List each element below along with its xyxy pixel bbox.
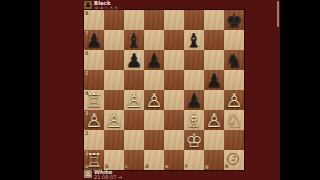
- square-d1[interactable]: d: [144, 150, 164, 170]
- square-c4[interactable]: ♙: [124, 90, 144, 110]
- piece-wR-a1[interactable]: ♖: [84, 150, 104, 171]
- square-c5[interactable]: [124, 70, 144, 90]
- square-f6[interactable]: [184, 50, 204, 70]
- piece-bK-h8[interactable]: ♚: [224, 10, 244, 31]
- piece-wP-h4[interactable]: ♙: [224, 90, 244, 111]
- square-a3[interactable]: 3♙: [84, 110, 104, 130]
- square-e7[interactable]: [164, 30, 184, 50]
- square-b4[interactable]: [104, 90, 124, 110]
- square-c1[interactable]: c: [124, 150, 144, 170]
- piece-wP-a3[interactable]: ♙: [84, 110, 104, 131]
- square-e4[interactable]: [164, 90, 184, 110]
- square-h6[interactable]: ♞: [224, 50, 244, 70]
- square-f5[interactable]: [184, 70, 204, 90]
- square-d7[interactable]: [144, 30, 164, 50]
- square-a7[interactable]: 7♟: [84, 30, 104, 50]
- square-e8[interactable]: [164, 10, 184, 30]
- square-g8[interactable]: [204, 10, 224, 30]
- white-player-avatar[interactable]: ♙: [84, 170, 92, 178]
- piece-wK-f2[interactable]: ♔: [184, 130, 204, 151]
- rank-label-1: 1: [85, 151, 88, 156]
- square-b1[interactable]: b: [104, 150, 124, 170]
- black-player-avatar[interactable]: ♟: [84, 1, 92, 9]
- square-g1[interactable]: g: [204, 150, 224, 170]
- square-a8[interactable]: 8: [84, 10, 104, 30]
- square-h3[interactable]: ♘: [224, 110, 244, 130]
- square-d2[interactable]: [144, 130, 164, 150]
- square-d5[interactable]: [144, 70, 164, 90]
- square-h7[interactable]: [224, 30, 244, 50]
- square-h2[interactable]: [224, 130, 244, 150]
- square-a4[interactable]: 4♖: [84, 90, 104, 110]
- piece-wP-b3[interactable]: ♙: [104, 110, 124, 131]
- scrollbar-thumb[interactable]: [277, 1, 279, 27]
- piece-bB-f7[interactable]: ♝: [184, 30, 204, 51]
- piece-wN-h3[interactable]: ♘: [224, 110, 244, 131]
- rank-label-2: 2: [85, 131, 88, 136]
- rank-label-8: 8: [85, 11, 88, 16]
- square-f7[interactable]: ♝: [184, 30, 204, 50]
- square-a5[interactable]: 5: [84, 70, 104, 90]
- square-g7[interactable]: [204, 30, 224, 50]
- square-h1[interactable]: h2: [224, 150, 244, 170]
- square-g2[interactable]: [204, 130, 224, 150]
- square-d3[interactable]: [144, 110, 164, 130]
- piece-wP-d4[interactable]: ♙: [144, 90, 164, 111]
- square-a2[interactable]: 2: [84, 130, 104, 150]
- square-b2[interactable]: [104, 130, 124, 150]
- square-c7[interactable]: ♝: [124, 30, 144, 50]
- piece-wP-c4[interactable]: ♙: [124, 90, 144, 111]
- square-c6[interactable]: ♟: [124, 50, 144, 70]
- square-f3[interactable]: ♗: [184, 110, 204, 130]
- piece-bP-a7[interactable]: ♟: [84, 30, 104, 51]
- chess-app-background: ♟ Black ♕♗♘♙♙ 8♚7♟♝♝6♟♟♞5♟4♖♙♙♟♙3♙♙♗♙♘2♔…: [40, 0, 280, 180]
- player-bar-white: ♙ White 21:08:07 →: [84, 169, 264, 179]
- chess-board[interactable]: 8♚7♟♝♝6♟♟♞5♟4♖♙♙♟♙3♙♙♗♙♘2♔1a♖bcdefgh2: [84, 10, 244, 170]
- square-b6[interactable]: [104, 50, 124, 70]
- square-g5[interactable]: ♟: [204, 70, 224, 90]
- piece-bP-g5[interactable]: ♟: [204, 70, 224, 91]
- square-c3[interactable]: [124, 110, 144, 130]
- square-c2[interactable]: [124, 130, 144, 150]
- screenshot-root: ♟ Black ♕♗♘♙♙ 8♚7♟♝♝6♟♟♞5♟4♖♙♙♟♙3♙♙♗♙♘2♔…: [0, 0, 320, 180]
- square-e2[interactable]: [164, 130, 184, 150]
- square-h5[interactable]: [224, 70, 244, 90]
- square-e5[interactable]: [164, 70, 184, 90]
- square-d8[interactable]: [144, 10, 164, 30]
- square-a6[interactable]: 6: [84, 50, 104, 70]
- piece-bN-h6[interactable]: ♞: [224, 50, 244, 71]
- square-a1[interactable]: 1a♖: [84, 150, 104, 170]
- player-bar-black: ♟ Black ♕♗♘♙♙: [84, 0, 264, 10]
- rank-label-4: 4: [85, 91, 88, 96]
- rank-label-6: 6: [85, 51, 88, 56]
- black-player-info: Black ♕♗♘♙♙: [94, 0, 118, 11]
- square-f4[interactable]: ♟: [184, 90, 204, 110]
- square-h4[interactable]: ♙: [224, 90, 244, 110]
- square-h8[interactable]: ♚: [224, 10, 244, 30]
- square-b7[interactable]: [104, 30, 124, 50]
- square-f2[interactable]: ♔: [184, 130, 204, 150]
- square-b5[interactable]: [104, 70, 124, 90]
- square-d6[interactable]: ♟: [144, 50, 164, 70]
- square-e3[interactable]: [164, 110, 184, 130]
- piece-bP-f4[interactable]: ♟: [184, 90, 204, 111]
- rank-label-7: 7: [85, 31, 88, 36]
- piece-wB-f3[interactable]: ♗: [184, 110, 204, 131]
- square-e1[interactable]: e: [164, 150, 184, 170]
- white-pawn-avatar-icon: ♙: [85, 170, 91, 178]
- square-d4[interactable]: ♙: [144, 90, 164, 110]
- piece-bB-c7[interactable]: ♝: [124, 30, 144, 51]
- square-e6[interactable]: [164, 50, 184, 70]
- white-player-info: White 21:08:07 →: [94, 169, 122, 180]
- square-g4[interactable]: [204, 90, 224, 110]
- black-pawn-avatar-icon: ♟: [85, 1, 91, 9]
- rank-label-5: 5: [85, 71, 88, 76]
- square-g3[interactable]: ♙: [204, 110, 224, 130]
- square-f1[interactable]: f: [184, 150, 204, 170]
- square-g6[interactable]: [204, 50, 224, 70]
- piece-wR-a4[interactable]: ♖: [84, 90, 104, 111]
- square-b3[interactable]: ♙: [104, 110, 124, 130]
- square-f8[interactable]: [184, 10, 204, 30]
- white-status-text: 21:08:07 →: [94, 175, 122, 180]
- board-seal-stamp: 2: [227, 153, 239, 165]
- piece-bP-c6[interactable]: ♟: [124, 50, 144, 71]
- square-b8[interactable]: [104, 10, 124, 30]
- piece-bP-d6[interactable]: ♟: [144, 50, 164, 71]
- rank-label-3: 3: [85, 111, 88, 116]
- piece-wP-g3[interactable]: ♙: [204, 110, 224, 131]
- square-c8[interactable]: [124, 10, 144, 30]
